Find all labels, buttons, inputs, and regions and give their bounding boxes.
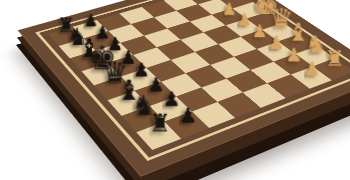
chess-set-product-photo: ♜♟♟♜♞♟♟♞♝♟♟♝♚♟♟♚♛♟♟♛♝♟♟♝♞♟♟♞♜♟♟♜: [0, 0, 350, 180]
white-pawn-c2[interactable]: ♟: [269, 34, 285, 52]
white-pawn-f2[interactable]: ♟: [222, 1, 237, 18]
white-rook-a1[interactable]: ♜: [325, 48, 345, 70]
white-pawn-d2[interactable]: ♟: [252, 22, 268, 40]
square-c5[interactable]: [186, 65, 226, 87]
white-pawn-a2[interactable]: ♟: [304, 59, 321, 78]
black-pawn-b7[interactable]: ♟: [162, 89, 180, 109]
white-pawn-b2[interactable]: ♟: [286, 46, 303, 64]
black-rook-a8[interactable]: ♜: [148, 112, 170, 137]
white-pawn-g2[interactable]: ♟: [208, 0, 223, 7]
white-knight-b1[interactable]: ♞: [305, 32, 327, 56]
black-pawn-a7[interactable]: ♟: [178, 105, 197, 126]
white-pawn-e2[interactable]: ♟: [237, 11, 252, 28]
